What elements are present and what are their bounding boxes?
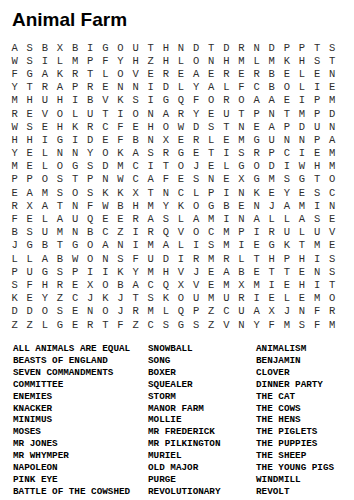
grid-cell-r4c8[interactable]: N [113,81,128,94]
grid-cell-r18c5[interactable]: P [68,265,83,278]
grid-cell-r17c3[interactable]: A [37,252,52,265]
grid-cell-r16c13[interactable]: I [189,239,204,252]
grid-cell-r22c21[interactable]: F [310,318,325,331]
grid-cell-r11c7[interactable]: N [98,173,113,186]
grid-cell-r12c17[interactable]: K [249,186,264,199]
grid-cell-r15c9[interactable]: I [128,226,143,239]
grid-cell-r10c12[interactable]: O [173,160,188,173]
grid-cell-r12c19[interactable]: Y [279,186,294,199]
grid-cell-r8c6[interactable]: D [83,133,98,146]
grid-cell-r17c16[interactable]: L [234,252,249,265]
grid-cell-r1c2[interactable]: S [22,41,37,54]
grid-cell-r5c5[interactable]: I [68,94,83,107]
grid-cell-r4c6[interactable]: R [83,81,98,94]
grid-cell-r18c9[interactable]: Y [128,265,143,278]
grid-cell-r3c6[interactable]: T [83,67,98,80]
grid-cell-r2c8[interactable]: Y [113,54,128,67]
grid-cell-r17c18[interactable]: H [264,252,279,265]
grid-cell-r20c3[interactable]: Y [37,292,52,305]
grid-cell-r4c5[interactable]: P [68,81,83,94]
grid-cell-r5c14[interactable]: O [204,94,219,107]
grid-cell-r11c16[interactable]: X [234,173,249,186]
grid-cell-r6c2[interactable]: E [22,107,37,120]
grid-cell-r4c1[interactable]: Y [7,81,22,94]
grid-cell-r10c6[interactable]: S [83,160,98,173]
grid-cell-r5c15[interactable]: R [219,94,234,107]
grid-cell-r17c19[interactable]: P [279,252,294,265]
grid-cell-r7c16[interactable]: N [234,120,249,133]
grid-cell-r6c11[interactable]: A [158,107,173,120]
grid-cell-r12c18[interactable]: E [264,186,279,199]
grid-cell-r3c9[interactable]: V [128,67,143,80]
grid-cell-r18c7[interactable]: I [98,265,113,278]
grid-cell-r4c9[interactable]: N [128,81,143,94]
grid-cell-r6c1[interactable]: R [7,107,22,120]
grid-cell-r7c4[interactable]: H [52,120,67,133]
grid-cell-r9c13[interactable]: E [189,147,204,160]
grid-cell-r18c20[interactable]: E [294,265,309,278]
grid-cell-r9c6[interactable]: Y [83,147,98,160]
grid-cell-r2c12[interactable]: L [173,54,188,67]
grid-cell-r22c9[interactable]: Z [128,318,143,331]
grid-cell-r11c14[interactable]: N [204,173,219,186]
grid-cell-r6c13[interactable]: Y [189,107,204,120]
grid-cell-r10c22[interactable]: M [325,160,340,173]
grid-cell-r11c19[interactable]: S [279,173,294,186]
grid-cell-r9c22[interactable]: M [325,147,340,160]
grid-cell-r1c16[interactable]: R [234,41,249,54]
grid-cell-r21c21[interactable]: F [310,305,325,318]
grid-cell-r13c21[interactable]: I [310,199,325,212]
grid-cell-r3c21[interactable]: E [310,67,325,80]
grid-cell-r16c22[interactable]: E [325,239,340,252]
grid-cell-r19c6[interactable]: X [83,278,98,291]
grid-cell-r22c13[interactable]: S [189,318,204,331]
grid-cell-r3c13[interactable]: A [189,67,204,80]
grid-cell-r13c9[interactable]: H [128,199,143,212]
grid-cell-r21c12[interactable]: Q [173,305,188,318]
grid-cell-r15c22[interactable]: V [325,226,340,239]
grid-cell-r20c17[interactable]: I [249,292,264,305]
grid-cell-r20c14[interactable]: M [204,292,219,305]
grid-cell-r11c21[interactable]: T [310,173,325,186]
grid-cell-r4c17[interactable]: C [249,81,264,94]
grid-cell-r7c17[interactable]: E [249,120,264,133]
grid-cell-r7c7[interactable]: C [98,120,113,133]
grid-cell-r2c11[interactable]: H [158,54,173,67]
grid-cell-r15c18[interactable]: R [264,226,279,239]
grid-cell-r9c5[interactable]: N [68,147,83,160]
grid-cell-r1c9[interactable]: U [128,41,143,54]
grid-cell-r13c6[interactable]: F [83,199,98,212]
grid-cell-r14c20[interactable]: A [294,212,309,225]
grid-cell-r4c7[interactable]: E [98,81,113,94]
grid-cell-r3c12[interactable]: E [173,67,188,80]
grid-cell-r7c14[interactable]: S [204,120,219,133]
grid-cell-r22c16[interactable]: N [234,318,249,331]
grid-cell-r4c10[interactable]: I [143,81,158,94]
grid-cell-r3c11[interactable]: R [158,67,173,80]
grid-cell-r21c2[interactable]: D [22,305,37,318]
grid-cell-r16c5[interactable]: G [68,239,83,252]
grid-cell-r22c15[interactable]: V [219,318,234,331]
grid-cell-r21c10[interactable]: M [143,305,158,318]
grid-cell-r12c15[interactable]: I [219,186,234,199]
grid-cell-r2c10[interactable]: Z [143,54,158,67]
grid-cell-r12c20[interactable]: E [294,186,309,199]
grid-cell-r7c3[interactable]: E [37,120,52,133]
grid-cell-r12c21[interactable]: S [310,186,325,199]
grid-cell-r10c18[interactable]: D [264,160,279,173]
grid-cell-r14c10[interactable]: A [143,212,158,225]
grid-cell-r14c5[interactable]: U [68,212,83,225]
grid-cell-r16c1[interactable]: J [7,239,22,252]
grid-cell-r14c15[interactable]: I [219,212,234,225]
grid-cell-r11c12[interactable]: E [173,173,188,186]
grid-cell-r15c3[interactable]: U [37,226,52,239]
grid-cell-r6c6[interactable]: U [83,107,98,120]
grid-cell-r17c15[interactable]: R [219,252,234,265]
grid-cell-r15c15[interactable]: M [219,226,234,239]
grid-cell-r6c12[interactable]: R [173,107,188,120]
grid-cell-r1c7[interactable]: G [98,41,113,54]
grid-cell-r2c4[interactable]: L [52,54,67,67]
grid-cell-r22c17[interactable]: Y [249,318,264,331]
grid-cell-r19c18[interactable]: I [264,278,279,291]
grid-cell-r19c5[interactable]: E [68,278,83,291]
grid-cell-r7c6[interactable]: R [83,120,98,133]
grid-cell-r3c15[interactable]: R [219,67,234,80]
grid-cell-r8c2[interactable]: H [22,133,37,146]
grid-cell-r16c4[interactable]: T [52,239,67,252]
grid-cell-r21c4[interactable]: S [52,305,67,318]
grid-cell-r13c8[interactable]: B [113,199,128,212]
grid-cell-r16c19[interactable]: K [279,239,294,252]
grid-cell-r20c20[interactable]: E [294,292,309,305]
grid-cell-r17c17[interactable]: T [249,252,264,265]
grid-cell-r1c12[interactable]: N [173,41,188,54]
grid-cell-r9c21[interactable]: E [310,147,325,160]
grid-cell-r9c1[interactable]: Y [7,147,22,160]
grid-cell-r7c11[interactable]: O [158,120,173,133]
grid-cell-r2c1[interactable]: W [7,54,22,67]
grid-cell-r18c17[interactable]: E [249,265,264,278]
grid-cell-r6c17[interactable]: P [249,107,264,120]
grid-cell-r4c18[interactable]: B [264,81,279,94]
grid-cell-r16c15[interactable]: M [219,239,234,252]
grid-cell-r9c15[interactable]: I [219,147,234,160]
grid-cell-r6c15[interactable]: U [219,107,234,120]
grid-cell-r10c16[interactable]: G [234,160,249,173]
grid-cell-r8c22[interactable]: A [325,133,340,146]
grid-cell-r17c4[interactable]: B [52,252,67,265]
grid-cell-r8c3[interactable]: I [37,133,52,146]
grid-cell-r11c9[interactable]: C [128,173,143,186]
grid-cell-r14c16[interactable]: N [234,212,249,225]
grid-cell-r14c17[interactable]: A [249,212,264,225]
grid-cell-r1c3[interactable]: B [37,41,52,54]
grid-cell-r20c9[interactable]: T [128,292,143,305]
grid-cell-r1c21[interactable]: T [310,41,325,54]
grid-cell-r19c11[interactable]: Q [158,278,173,291]
grid-cell-r5c18[interactable]: A [264,94,279,107]
grid-cell-r18c8[interactable]: K [113,265,128,278]
grid-cell-r19c21[interactable]: I [310,278,325,291]
grid-cell-r11c8[interactable]: W [113,173,128,186]
grid-cell-r15c12[interactable]: V [173,226,188,239]
grid-cell-r22c14[interactable]: Z [204,318,219,331]
grid-cell-r17c11[interactable]: D [158,252,173,265]
grid-cell-r8c13[interactable]: R [189,133,204,146]
grid-cell-r3c17[interactable]: R [249,67,264,80]
grid-cell-r12c14[interactable]: P [204,186,219,199]
grid-cell-r3c4[interactable]: K [52,67,67,80]
grid-cell-r1c10[interactable]: T [143,41,158,54]
grid-cell-r20c18[interactable]: E [264,292,279,305]
grid-cell-r4c3[interactable]: R [37,81,52,94]
grid-cell-r2c7[interactable]: F [98,54,113,67]
grid-cell-r20c11[interactable]: K [158,292,173,305]
grid-cell-r7c9[interactable]: E [128,120,143,133]
grid-cell-r5c12[interactable]: Q [173,94,188,107]
grid-cell-r13c16[interactable]: E [234,199,249,212]
grid-cell-r18c4[interactable]: S [52,265,67,278]
grid-cell-r13c18[interactable]: J [264,199,279,212]
grid-cell-r10c21[interactable]: H [310,160,325,173]
grid-cell-r20c12[interactable]: O [173,292,188,305]
grid-cell-r2c20[interactable]: H [294,54,309,67]
grid-cell-r15c6[interactable]: B [83,226,98,239]
grid-cell-r12c6[interactable]: S [83,186,98,199]
grid-cell-r18c2[interactable]: U [22,265,37,278]
grid-cell-r10c2[interactable]: E [22,160,37,173]
grid-cell-r12c1[interactable]: E [7,186,22,199]
grid-cell-r19c19[interactable]: E [279,278,294,291]
grid-cell-r1c4[interactable]: X [52,41,67,54]
grid-cell-r12c7[interactable]: K [98,186,113,199]
grid-cell-r5c22[interactable]: M [325,94,340,107]
grid-cell-r20c7[interactable]: K [98,292,113,305]
grid-cell-r11c10[interactable]: A [143,173,158,186]
grid-cell-r22c2[interactable]: Z [22,318,37,331]
grid-cell-r20c15[interactable]: U [219,292,234,305]
grid-cell-r13c4[interactable]: T [52,199,67,212]
grid-cell-r12c5[interactable]: O [68,186,83,199]
grid-cell-r6c19[interactable]: T [279,107,294,120]
grid-cell-r5c1[interactable]: M [7,94,22,107]
grid-cell-r12c13[interactable]: L [189,186,204,199]
grid-cell-r7c20[interactable]: D [294,120,309,133]
grid-cell-r8c5[interactable]: I [68,133,83,146]
grid-cell-r7c13[interactable]: D [189,120,204,133]
grid-cell-r16c18[interactable]: G [264,239,279,252]
grid-cell-r8c15[interactable]: E [219,133,234,146]
grid-cell-r19c15[interactable]: M [219,278,234,291]
grid-cell-r18c22[interactable]: S [325,265,340,278]
grid-cell-r15c2[interactable]: S [22,226,37,239]
grid-cell-r6c21[interactable]: P [310,107,325,120]
grid-cell-r10c9[interactable]: C [128,160,143,173]
grid-cell-r5c21[interactable]: P [310,94,325,107]
grid-cell-r8c11[interactable]: X [158,133,173,146]
grid-cell-r7c21[interactable]: U [310,120,325,133]
grid-cell-r18c18[interactable]: T [264,265,279,278]
grid-cell-r5c17[interactable]: A [249,94,264,107]
grid-cell-r5c10[interactable]: I [143,94,158,107]
grid-cell-r15c16[interactable]: P [234,226,249,239]
grid-cell-r1c5[interactable]: B [68,41,83,54]
grid-cell-r5c8[interactable]: K [113,94,128,107]
grid-cell-r21c14[interactable]: Z [204,305,219,318]
grid-cell-r10c8[interactable]: M [113,160,128,173]
grid-cell-r22c1[interactable]: Z [7,318,22,331]
grid-cell-r22c8[interactable]: F [113,318,128,331]
grid-cell-r21c15[interactable]: C [219,305,234,318]
grid-cell-r13c11[interactable]: Y [158,199,173,212]
grid-cell-r7c18[interactable]: A [264,120,279,133]
grid-cell-r8c18[interactable]: U [264,133,279,146]
grid-cell-r17c20[interactable]: H [294,252,309,265]
grid-cell-r11c20[interactable]: G [294,173,309,186]
grid-cell-r2c17[interactable]: L [249,54,264,67]
grid-cell-r14c21[interactable]: S [310,212,325,225]
grid-cell-r15c14[interactable]: C [204,226,219,239]
grid-cell-r14c12[interactable]: L [173,212,188,225]
grid-cell-r9c10[interactable]: S [143,147,158,160]
grid-cell-r17c1[interactable]: L [7,252,22,265]
grid-cell-r6c3[interactable]: V [37,107,52,120]
grid-cell-r4c12[interactable]: L [173,81,188,94]
grid-cell-r10c17[interactable]: O [249,160,264,173]
grid-cell-r15c10[interactable]: R [143,226,158,239]
grid-cell-r4c15[interactable]: L [219,81,234,94]
grid-cell-r20c5[interactable]: C [68,292,83,305]
grid-cell-r7c22[interactable]: N [325,120,340,133]
grid-cell-r22c10[interactable]: C [143,318,158,331]
grid-cell-r17c10[interactable]: U [143,252,158,265]
grid-cell-r22c5[interactable]: E [68,318,83,331]
grid-cell-r18c3[interactable]: G [37,265,52,278]
grid-cell-r9c18[interactable]: P [264,147,279,160]
grid-cell-r9c3[interactable]: L [37,147,52,160]
grid-cell-r5c9[interactable]: S [128,94,143,107]
grid-cell-r21c20[interactable]: N [294,305,309,318]
grid-cell-r4c4[interactable]: A [52,81,67,94]
grid-cell-r7c5[interactable]: K [68,120,83,133]
grid-cell-r21c6[interactable]: N [83,305,98,318]
grid-cell-r2c14[interactable]: N [204,54,219,67]
grid-cell-r3c7[interactable]: L [98,67,113,80]
grid-cell-r11c6[interactable]: P [83,173,98,186]
grid-cell-r5c2[interactable]: H [22,94,37,107]
grid-cell-r8c1[interactable]: H [7,133,22,146]
grid-cell-r6c20[interactable]: M [294,107,309,120]
grid-cell-r7c2[interactable]: S [22,120,37,133]
grid-cell-r8c10[interactable]: N [143,133,158,146]
grid-cell-r9c20[interactable]: I [294,147,309,160]
grid-cell-r5c20[interactable]: I [294,94,309,107]
grid-cell-r19c16[interactable]: X [234,278,249,291]
grid-cell-r17c13[interactable]: R [189,252,204,265]
grid-cell-r16c8[interactable]: N [113,239,128,252]
grid-cell-r14c14[interactable]: M [204,212,219,225]
grid-cell-r20c2[interactable]: E [22,292,37,305]
grid-cell-r19c3[interactable]: H [37,278,52,291]
grid-cell-r11c3[interactable]: O [37,173,52,186]
grid-cell-r16c16[interactable]: I [234,239,249,252]
grid-cell-r7c12[interactable]: W [173,120,188,133]
grid-cell-r18c14[interactable]: E [204,265,219,278]
grid-cell-r14c2[interactable]: E [22,212,37,225]
grid-cell-r12c3[interactable]: M [37,186,52,199]
grid-cell-r11c13[interactable]: S [189,173,204,186]
grid-cell-r16c20[interactable]: T [294,239,309,252]
grid-cell-r10c11[interactable]: T [158,160,173,173]
grid-cell-r4c11[interactable]: D [158,81,173,94]
grid-cell-r8c14[interactable]: L [204,133,219,146]
grid-cell-r8c17[interactable]: G [249,133,264,146]
grid-cell-r18c13[interactable]: J [189,265,204,278]
grid-cell-r1c17[interactable]: N [249,41,264,54]
grid-cell-r19c7[interactable]: O [98,278,113,291]
grid-cell-r11c17[interactable]: G [249,173,264,186]
grid-cell-r19c8[interactable]: B [113,278,128,291]
grid-cell-r19c4[interactable]: R [52,278,67,291]
grid-cell-r19c2[interactable]: F [22,278,37,291]
grid-cell-r18c1[interactable]: P [7,265,22,278]
grid-cell-r20c19[interactable]: L [279,292,294,305]
grid-cell-r1c6[interactable]: I [83,41,98,54]
grid-cell-r1c13[interactable]: D [189,41,204,54]
grid-cell-r22c4[interactable]: G [52,318,67,331]
grid-cell-r16c12[interactable]: L [173,239,188,252]
grid-cell-r21c3[interactable]: O [37,305,52,318]
grid-cell-r5c16[interactable]: O [234,94,249,107]
grid-cell-r1c1[interactable]: A [7,41,22,54]
grid-cell-r9c9[interactable]: A [128,147,143,160]
grid-cell-r11c5[interactable]: T [68,173,83,186]
grid-cell-r14c13[interactable]: A [189,212,204,225]
grid-cell-r1c8[interactable]: O [113,41,128,54]
grid-cell-r10c20[interactable]: W [294,160,309,173]
grid-cell-r7c8[interactable]: F [113,120,128,133]
grid-cell-r21c9[interactable]: R [128,305,143,318]
grid-cell-r19c12[interactable]: X [173,278,188,291]
grid-cell-r17c21[interactable]: I [310,252,325,265]
grid-cell-r9c7[interactable]: O [98,147,113,160]
grid-cell-r15c5[interactable]: N [68,226,83,239]
grid-cell-r15c13[interactable]: O [189,226,204,239]
grid-cell-r9c11[interactable]: R [158,147,173,160]
grid-cell-r4c16[interactable]: F [234,81,249,94]
grid-cell-r3c10[interactable]: E [143,67,158,80]
grid-cell-r14c8[interactable]: E [113,212,128,225]
grid-cell-r14c19[interactable]: L [279,212,294,225]
grid-cell-r13c3[interactable]: A [37,199,52,212]
grid-cell-r2c18[interactable]: M [264,54,279,67]
grid-cell-r22c11[interactable]: S [158,318,173,331]
grid-cell-r20c4[interactable]: Z [52,292,67,305]
grid-cell-r22c22[interactable]: M [325,318,340,331]
grid-cell-r17c9[interactable]: F [128,252,143,265]
grid-cell-r3c16[interactable]: E [234,67,249,80]
grid-cell-r14c22[interactable]: E [325,212,340,225]
grid-cell-r19c14[interactable]: E [204,278,219,291]
grid-cell-r9c16[interactable]: S [234,147,249,160]
grid-cell-r5c6[interactable]: B [83,94,98,107]
grid-cell-r14c4[interactable]: A [52,212,67,225]
grid-cell-r19c9[interactable]: A [128,278,143,291]
